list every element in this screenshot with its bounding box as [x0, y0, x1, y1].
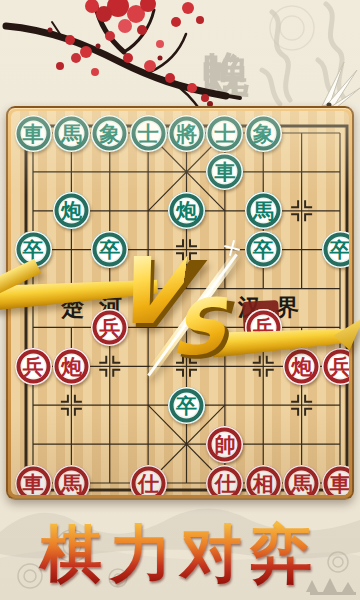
piece-black-象-60[interactable]: 象: [245, 115, 282, 152]
piece-red-炮-76[interactable]: 炮: [283, 348, 320, 385]
pieces-layer: 車馬象士將士象車炮炮馬卒卒卒卒兵兵兵炮炮兵卒帥車馬仕仕相馬車: [11, 111, 349, 495]
piece-black-卒-47[interactable]: 卒: [168, 387, 205, 424]
piece-black-士-50[interactable]: 士: [206, 115, 243, 152]
piece-black-卒-23[interactable]: 卒: [91, 231, 128, 268]
piece-red-炮-16[interactable]: 炮: [53, 348, 90, 385]
piece-black-象-20[interactable]: 象: [91, 115, 128, 152]
piece-black-卒-63[interactable]: 卒: [245, 231, 282, 268]
piece-black-車-00[interactable]: 車: [15, 115, 52, 152]
piece-red-兵-86[interactable]: 兵: [322, 348, 350, 385]
piece-black-炮-12[interactable]: 炮: [53, 192, 90, 229]
piece-black-卒-83[interactable]: 卒: [322, 231, 350, 268]
piece-red-兵-06[interactable]: 兵: [15, 348, 52, 385]
xiangqi-board-panel: 楚河 汉界 車馬象士將士象車炮炮馬卒卒卒卒兵兵兵炮炮兵卒帥車馬仕仕相馬車: [6, 106, 354, 500]
piece-red-帥-58[interactable]: 帥: [206, 426, 243, 463]
piece-black-炮-42[interactable]: 炮: [168, 192, 205, 229]
xiangqi-vs-screen: { "game": "xiangqi", "position": "rnbaka…: [0, 0, 360, 600]
game-title: 棋力对弈: [0, 520, 360, 588]
piece-red-兵-25[interactable]: 兵: [91, 309, 128, 346]
piece-black-馬-10[interactable]: 馬: [53, 115, 90, 152]
piece-black-士-30[interactable]: 士: [130, 115, 167, 152]
piece-red-兵-65[interactable]: 兵: [245, 309, 282, 346]
xiangqi-board[interactable]: 楚河 汉界 車馬象士將士象車炮炮馬卒卒卒卒兵兵兵炮炮兵卒帥車馬仕仕相馬車: [11, 111, 349, 495]
plum-blossom-art: [0, 0, 245, 122]
piece-black-卒-03[interactable]: 卒: [15, 231, 52, 268]
piece-black-馬-62[interactable]: 馬: [245, 192, 282, 229]
piece-black-將-40[interactable]: 將: [168, 115, 205, 152]
piece-black-車-51[interactable]: 車: [206, 153, 243, 190]
